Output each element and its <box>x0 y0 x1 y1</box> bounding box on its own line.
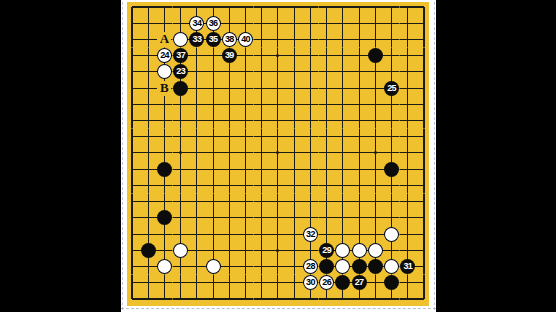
board-cell <box>156 242 172 258</box>
white-stone <box>368 243 383 258</box>
board-cell <box>335 80 351 96</box>
board-cell <box>400 210 416 226</box>
board-cell <box>173 96 189 112</box>
board-cell <box>270 258 286 274</box>
board-cell <box>254 15 270 31</box>
board-cell <box>205 242 221 258</box>
board-cell <box>254 80 270 96</box>
white-stone: 40 <box>238 32 253 47</box>
board-cell <box>416 226 432 242</box>
black-stone <box>335 275 350 290</box>
board-cell: A <box>156 31 172 47</box>
board-cell <box>319 194 335 210</box>
move-number: 40 <box>241 35 250 44</box>
board-cell <box>270 291 286 307</box>
white-stone: 36 <box>206 16 221 31</box>
board-cell <box>367 112 383 128</box>
board-cell <box>286 258 302 274</box>
board-cell <box>221 291 237 307</box>
board-cell <box>319 112 335 128</box>
board-cell: 34 <box>189 15 205 31</box>
board-cell <box>319 177 335 193</box>
board-cell <box>351 242 367 258</box>
board-cell <box>400 31 416 47</box>
star-point <box>276 151 279 154</box>
board-cell <box>189 258 205 274</box>
board-cell <box>416 129 432 145</box>
board-cell <box>254 210 270 226</box>
board-cell <box>335 242 351 258</box>
board-cell <box>400 177 416 193</box>
board-cell <box>351 112 367 128</box>
black-stone <box>384 275 399 290</box>
white-stone <box>384 259 399 274</box>
black-stone: 27 <box>352 275 367 290</box>
board-cell <box>270 129 286 145</box>
board-cell <box>319 226 335 242</box>
board-cell <box>140 48 156 64</box>
board-cell <box>124 48 140 64</box>
board-cell <box>189 194 205 210</box>
board-cell <box>286 96 302 112</box>
board-cell <box>335 129 351 145</box>
point-label-A: A <box>157 32 171 47</box>
board-cell <box>173 80 189 96</box>
white-stone <box>173 243 188 258</box>
board-cell: 32 <box>302 226 318 242</box>
board-cell <box>416 15 432 31</box>
board-cell <box>367 0 383 15</box>
board-cell <box>400 226 416 242</box>
board-cell <box>173 258 189 274</box>
board-cell <box>237 291 253 307</box>
board-cell <box>270 242 286 258</box>
board-cell <box>254 177 270 193</box>
board-cell <box>416 80 432 96</box>
board-cell <box>140 80 156 96</box>
board-cell <box>124 177 140 193</box>
board-cell <box>367 64 383 80</box>
board-cell: 25 <box>383 80 399 96</box>
black-stone <box>368 48 383 63</box>
board-cell <box>237 177 253 193</box>
board-cell <box>124 31 140 47</box>
board-cell <box>302 291 318 307</box>
board-cell <box>383 194 399 210</box>
board-cell <box>400 145 416 161</box>
board-cell <box>367 258 383 274</box>
board-cell <box>254 112 270 128</box>
board-cell <box>319 161 335 177</box>
board-cell <box>156 129 172 145</box>
board-cell <box>335 161 351 177</box>
board-cell <box>319 291 335 307</box>
board-cell <box>156 0 172 15</box>
board-cell: 36 <box>205 15 221 31</box>
board-cell <box>254 194 270 210</box>
black-stone <box>319 259 334 274</box>
board-cell: B <box>156 80 172 96</box>
board-cell <box>286 275 302 291</box>
board-cell <box>416 48 432 64</box>
move-number: 33 <box>193 35 202 44</box>
board-cell <box>270 177 286 193</box>
black-stone: 23 <box>173 64 188 79</box>
board-cell <box>319 258 335 274</box>
board-cell <box>383 177 399 193</box>
board-cell <box>351 177 367 193</box>
board-cell <box>351 194 367 210</box>
board-cell <box>189 48 205 64</box>
board-cell <box>124 112 140 128</box>
board-cell <box>205 0 221 15</box>
board-cell <box>351 161 367 177</box>
board-cell <box>173 145 189 161</box>
white-stone <box>157 64 172 79</box>
board-cell <box>302 48 318 64</box>
board-cell <box>205 96 221 112</box>
board-cell <box>367 15 383 31</box>
board-cell <box>205 112 221 128</box>
move-number: 28 <box>306 262 315 271</box>
board-cell <box>270 210 286 226</box>
board-cell <box>286 210 302 226</box>
board-cell <box>335 258 351 274</box>
board-cell <box>205 194 221 210</box>
board-cell <box>302 129 318 145</box>
board-cell <box>189 242 205 258</box>
board-cell <box>221 275 237 291</box>
board-cell <box>140 258 156 274</box>
board-cell <box>351 226 367 242</box>
white-stone: 30 <box>303 275 318 290</box>
board-cell <box>189 80 205 96</box>
board-cell <box>156 64 172 80</box>
board-cell <box>302 242 318 258</box>
move-number: 24 <box>160 51 169 60</box>
board-cell <box>367 242 383 258</box>
board-cell <box>400 48 416 64</box>
board-cell <box>335 96 351 112</box>
board-cell <box>270 15 286 31</box>
board-cell <box>221 15 237 31</box>
board-cell <box>319 129 335 145</box>
star-point <box>276 54 279 57</box>
board-cell <box>335 177 351 193</box>
board-cell <box>124 258 140 274</box>
move-number: 27 <box>355 278 364 287</box>
board-cell <box>367 291 383 307</box>
board-cell <box>351 80 367 96</box>
board-cell <box>254 96 270 112</box>
white-stone <box>384 227 399 242</box>
white-stone <box>335 243 350 258</box>
board-cell <box>237 129 253 145</box>
board-cell <box>140 0 156 15</box>
board-cell <box>286 15 302 31</box>
board-cell <box>367 177 383 193</box>
board-cell <box>124 226 140 242</box>
board-cell <box>221 64 237 80</box>
board-cell <box>173 242 189 258</box>
board-cell <box>416 291 432 307</box>
board-cell <box>351 145 367 161</box>
board-cell <box>221 242 237 258</box>
board-cell <box>351 31 367 47</box>
board-cell <box>335 48 351 64</box>
board-cell <box>400 129 416 145</box>
ruler-ticks-right <box>434 2 435 310</box>
board-cell <box>335 291 351 307</box>
board-cell <box>254 48 270 64</box>
board-cell <box>205 145 221 161</box>
board-cell <box>173 275 189 291</box>
board-cell <box>173 31 189 47</box>
board-cell <box>367 194 383 210</box>
board-cell: 29 <box>319 242 335 258</box>
board-cell <box>302 64 318 80</box>
board-cell <box>189 145 205 161</box>
board-cell <box>383 129 399 145</box>
board-cell: 27 <box>351 275 367 291</box>
board-cell <box>416 64 432 80</box>
board-cell <box>286 177 302 193</box>
white-stone <box>206 259 221 274</box>
white-stone <box>352 243 367 258</box>
board-cell <box>351 129 367 145</box>
board-cell <box>254 242 270 258</box>
board-cell <box>367 161 383 177</box>
board-cell <box>221 210 237 226</box>
board-cell <box>416 275 432 291</box>
board-cell: 39 <box>221 48 237 64</box>
board-cell <box>351 210 367 226</box>
board-cell <box>351 48 367 64</box>
white-stone <box>173 32 188 47</box>
board-cell <box>270 226 286 242</box>
board-cell <box>254 275 270 291</box>
board-cell <box>156 194 172 210</box>
board-cell <box>400 0 416 15</box>
board-cell <box>189 0 205 15</box>
board-cell <box>367 226 383 242</box>
board-cell <box>286 48 302 64</box>
ruler-ticks-bottom <box>121 308 436 309</box>
board-cell <box>286 145 302 161</box>
board-cell <box>383 31 399 47</box>
board-cell <box>416 96 432 112</box>
black-stone <box>173 81 188 96</box>
board-cell <box>270 0 286 15</box>
board-cell <box>319 80 335 96</box>
board-cell <box>302 145 318 161</box>
board-cell <box>270 112 286 128</box>
board-cell <box>286 226 302 242</box>
board-cell <box>237 258 253 274</box>
board-cell <box>286 129 302 145</box>
board-cell <box>383 0 399 15</box>
board-cell <box>221 226 237 242</box>
board-cell <box>400 64 416 80</box>
board-cell <box>173 129 189 145</box>
board-cell <box>383 112 399 128</box>
board-cell <box>124 129 140 145</box>
board-cell <box>319 0 335 15</box>
board-cell <box>237 275 253 291</box>
white-stone: 24 <box>157 48 172 63</box>
board-cell <box>221 112 237 128</box>
board-cell <box>189 64 205 80</box>
move-number: 30 <box>306 278 315 287</box>
board-cell <box>205 161 221 177</box>
board-cell <box>140 96 156 112</box>
black-stone: 35 <box>206 32 221 47</box>
board-cell <box>335 31 351 47</box>
board-cell <box>302 177 318 193</box>
board-cell <box>173 210 189 226</box>
board-cell <box>124 96 140 112</box>
white-stone: 34 <box>189 16 204 31</box>
move-number: 37 <box>176 51 185 60</box>
board-cell <box>416 31 432 47</box>
move-number: 36 <box>209 19 218 28</box>
board-cell <box>335 275 351 291</box>
board-cell <box>237 161 253 177</box>
board-cell <box>156 275 172 291</box>
board-cell <box>237 64 253 80</box>
board-cell <box>416 177 432 193</box>
board-cell <box>367 129 383 145</box>
board-cell <box>254 291 270 307</box>
board-cell <box>205 64 221 80</box>
move-number: 38 <box>225 35 234 44</box>
white-stone: 28 <box>303 259 318 274</box>
board-cell <box>221 80 237 96</box>
board-cell <box>254 258 270 274</box>
board-cell <box>173 112 189 128</box>
board-cell <box>383 210 399 226</box>
board-cell <box>416 0 432 15</box>
white-stone: 38 <box>222 32 237 47</box>
board-cell <box>124 64 140 80</box>
board-cell <box>254 145 270 161</box>
board-cell <box>221 161 237 177</box>
board-cell <box>319 15 335 31</box>
white-stone <box>157 259 172 274</box>
board-cell <box>383 48 399 64</box>
board-cell <box>383 15 399 31</box>
board-cell <box>286 0 302 15</box>
board-cell <box>335 112 351 128</box>
board-cell <box>140 242 156 258</box>
board-cell <box>286 31 302 47</box>
board-cell <box>156 258 172 274</box>
board-cell <box>140 161 156 177</box>
board-cell <box>140 177 156 193</box>
white-stone <box>335 259 350 274</box>
board-cell <box>400 96 416 112</box>
board-cell <box>124 15 140 31</box>
board-cell <box>140 226 156 242</box>
board-cell <box>156 226 172 242</box>
white-stone: 32 <box>303 227 318 242</box>
board-cell <box>156 96 172 112</box>
move-number: 23 <box>176 67 185 76</box>
board-cell <box>221 145 237 161</box>
move-number: 31 <box>403 262 412 271</box>
board-cell <box>383 145 399 161</box>
board-cell <box>367 48 383 64</box>
board-cell <box>400 80 416 96</box>
black-stone: 37 <box>173 48 188 63</box>
board-cell <box>400 291 416 307</box>
move-number: 35 <box>209 35 218 44</box>
board-cell <box>237 210 253 226</box>
board-cell <box>221 194 237 210</box>
board-cell <box>189 161 205 177</box>
board-cell <box>124 145 140 161</box>
board-cell <box>156 161 172 177</box>
board-cell <box>205 226 221 242</box>
board-cell <box>416 145 432 161</box>
board-cell <box>351 64 367 80</box>
board-cell <box>383 291 399 307</box>
board-cell <box>319 210 335 226</box>
board-cell <box>140 15 156 31</box>
board-cell <box>270 275 286 291</box>
board-cell <box>416 258 432 274</box>
board-cell <box>156 145 172 161</box>
board-cell <box>286 80 302 96</box>
board-cell <box>383 226 399 242</box>
board-cell <box>383 258 399 274</box>
move-number: 26 <box>322 278 331 287</box>
kifu-panel: 3436A3335384024373923B2532292831302627 <box>121 0 436 312</box>
board-cell <box>237 242 253 258</box>
board-cell <box>173 161 189 177</box>
board-cell <box>254 64 270 80</box>
board-cell <box>416 112 432 128</box>
star-point <box>276 249 279 252</box>
board-cell <box>173 15 189 31</box>
board-cell <box>205 258 221 274</box>
board-cell <box>189 177 205 193</box>
board-cell <box>416 242 432 258</box>
board-cell <box>156 210 172 226</box>
board-cell <box>351 258 367 274</box>
board-cell <box>351 291 367 307</box>
black-stone <box>384 162 399 177</box>
board-cell <box>416 161 432 177</box>
board-cell <box>205 291 221 307</box>
board-cell <box>237 0 253 15</box>
board-cell <box>351 0 367 15</box>
board-cell <box>319 145 335 161</box>
board-cell <box>351 96 367 112</box>
board-cell <box>416 210 432 226</box>
board-cell <box>189 226 205 242</box>
board-cell <box>367 275 383 291</box>
star-point <box>179 151 182 154</box>
board-cell <box>319 96 335 112</box>
black-stone: 29 <box>319 243 334 258</box>
board-cell <box>189 129 205 145</box>
board-cell <box>140 129 156 145</box>
board-cell <box>383 64 399 80</box>
move-number: 39 <box>225 51 234 60</box>
board-cell <box>140 291 156 307</box>
board-cell <box>140 210 156 226</box>
